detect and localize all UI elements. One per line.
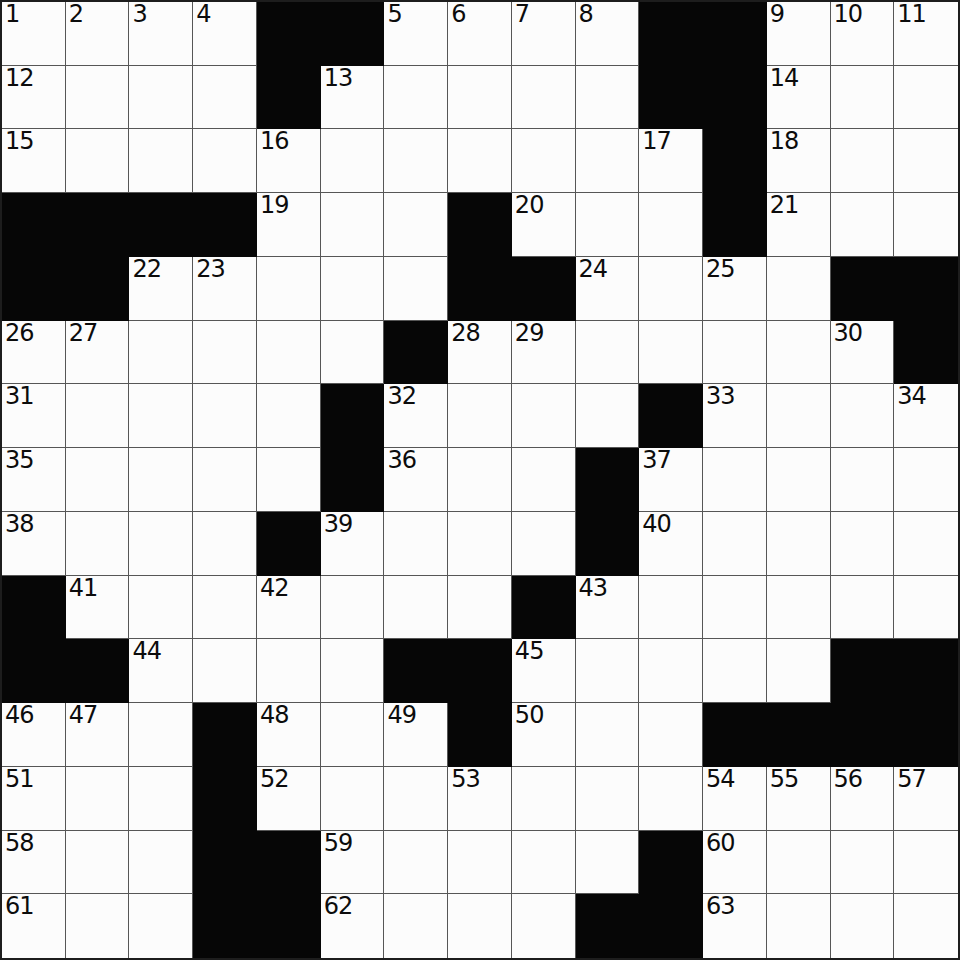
cell-r1c13[interactable] bbox=[831, 66, 895, 130]
cell-r13c5[interactable]: 59 bbox=[321, 831, 385, 895]
cell-r4c12[interactable] bbox=[767, 257, 831, 321]
cell-r12c0[interactable]: 51 bbox=[2, 767, 66, 831]
clue-number: 1 bbox=[5, 2, 19, 27]
clue-number: 59 bbox=[324, 831, 353, 856]
cell-r7c4[interactable] bbox=[257, 448, 321, 512]
clue-number: 12 bbox=[5, 66, 34, 91]
clue-number: 22 bbox=[132, 257, 161, 282]
cell-r8c8[interactable] bbox=[512, 512, 576, 576]
cell-r5c9[interactable] bbox=[576, 321, 640, 385]
cell-r11c10[interactable] bbox=[639, 703, 703, 767]
cell-r6c12[interactable] bbox=[767, 384, 831, 448]
cell-r4c3[interactable]: 23 bbox=[193, 257, 257, 321]
clue-number: 38 bbox=[5, 512, 34, 537]
cell-r6c9[interactable] bbox=[576, 384, 640, 448]
clue-number: 60 bbox=[706, 831, 735, 856]
cell-r14c6[interactable] bbox=[384, 894, 448, 958]
cell-r13c8[interactable] bbox=[512, 831, 576, 895]
block-r3c1 bbox=[66, 193, 130, 257]
cell-r6c1[interactable] bbox=[66, 384, 130, 448]
clue-number: 33 bbox=[706, 384, 735, 409]
cell-r12c13[interactable]: 56 bbox=[831, 767, 895, 831]
clue-number: 57 bbox=[897, 767, 926, 792]
clue-number: 42 bbox=[260, 576, 289, 601]
cell-r1c14[interactable] bbox=[894, 66, 958, 130]
cell-r5c4[interactable] bbox=[257, 321, 321, 385]
clue-number: 24 bbox=[579, 257, 608, 282]
block-r0c10 bbox=[639, 2, 703, 66]
cell-r14c13[interactable] bbox=[831, 894, 895, 958]
clue-number: 54 bbox=[706, 767, 735, 792]
block-r11c14 bbox=[894, 703, 958, 767]
cell-r2c10[interactable]: 17 bbox=[639, 129, 703, 193]
cell-r4c9[interactable]: 24 bbox=[576, 257, 640, 321]
block-r3c2 bbox=[129, 193, 193, 257]
block-r2c11 bbox=[703, 129, 767, 193]
block-r6c5 bbox=[321, 384, 385, 448]
cell-r3c10[interactable] bbox=[639, 193, 703, 257]
block-r6c10 bbox=[639, 384, 703, 448]
block-r10c13 bbox=[831, 639, 895, 703]
cell-r0c1[interactable]: 2 bbox=[66, 2, 130, 66]
cell-r2c7[interactable] bbox=[448, 129, 512, 193]
cell-r14c1[interactable] bbox=[66, 894, 130, 958]
clue-number: 35 bbox=[5, 448, 34, 473]
clue-number: 52 bbox=[260, 767, 289, 792]
block-r14c4 bbox=[257, 894, 321, 958]
cell-r11c0[interactable]: 46 bbox=[2, 703, 66, 767]
cell-r10c8[interactable]: 45 bbox=[512, 639, 576, 703]
block-r8c9 bbox=[576, 512, 640, 576]
block-r13c3 bbox=[193, 831, 257, 895]
block-r14c3 bbox=[193, 894, 257, 958]
clue-number: 13 bbox=[324, 66, 353, 91]
clue-number: 9 bbox=[770, 2, 784, 27]
cell-r2c12[interactable]: 18 bbox=[767, 129, 831, 193]
cell-r6c11[interactable]: 33 bbox=[703, 384, 767, 448]
clue-number: 17 bbox=[642, 129, 671, 154]
clue-number: 56 bbox=[834, 767, 863, 792]
cell-r10c10[interactable] bbox=[639, 639, 703, 703]
clue-number: 19 bbox=[260, 193, 289, 218]
cell-r12c7[interactable]: 53 bbox=[448, 767, 512, 831]
cell-r9c5[interactable] bbox=[321, 576, 385, 640]
cell-r8c13[interactable] bbox=[831, 512, 895, 576]
cell-r2c3[interactable] bbox=[193, 129, 257, 193]
cell-r3c12[interactable]: 21 bbox=[767, 193, 831, 257]
cell-r11c4[interactable]: 48 bbox=[257, 703, 321, 767]
clue-number: 18 bbox=[770, 129, 799, 154]
cell-r11c5[interactable] bbox=[321, 703, 385, 767]
block-r10c14 bbox=[894, 639, 958, 703]
block-r11c13 bbox=[831, 703, 895, 767]
clue-number: 58 bbox=[5, 831, 34, 856]
cell-r14c5[interactable]: 62 bbox=[321, 894, 385, 958]
clue-number: 55 bbox=[770, 767, 799, 792]
block-r10c0 bbox=[2, 639, 66, 703]
block-r7c5 bbox=[321, 448, 385, 512]
cell-r14c0[interactable]: 61 bbox=[2, 894, 66, 958]
block-r9c8 bbox=[512, 576, 576, 640]
clue-number: 26 bbox=[5, 321, 34, 346]
cell-r12c14[interactable]: 57 bbox=[894, 767, 958, 831]
cell-r7c14[interactable] bbox=[894, 448, 958, 512]
cell-r5c10[interactable] bbox=[639, 321, 703, 385]
cell-r14c8[interactable] bbox=[512, 894, 576, 958]
clue-number: 53 bbox=[451, 767, 480, 792]
cell-r8c11[interactable] bbox=[703, 512, 767, 576]
block-r3c7 bbox=[448, 193, 512, 257]
cell-r5c3[interactable] bbox=[193, 321, 257, 385]
cell-r6c8[interactable] bbox=[512, 384, 576, 448]
block-r11c3 bbox=[193, 703, 257, 767]
cell-r7c8[interactable] bbox=[512, 448, 576, 512]
crossword-board: 1234567891011121314151617181920212223242… bbox=[0, 0, 960, 960]
cell-r9c4[interactable]: 42 bbox=[257, 576, 321, 640]
cell-r6c6[interactable]: 32 bbox=[384, 384, 448, 448]
cell-r2c9[interactable] bbox=[576, 129, 640, 193]
cell-r0c0[interactable]: 1 bbox=[2, 2, 66, 66]
block-r3c3 bbox=[193, 193, 257, 257]
clue-number: 61 bbox=[5, 894, 34, 919]
cell-r7c0[interactable]: 35 bbox=[2, 448, 66, 512]
clue-number: 44 bbox=[132, 639, 161, 664]
clue-number: 62 bbox=[324, 894, 353, 919]
clue-number: 21 bbox=[770, 193, 799, 218]
cell-r13c6[interactable] bbox=[384, 831, 448, 895]
cell-r6c4[interactable] bbox=[257, 384, 321, 448]
cell-r12c12[interactable]: 55 bbox=[767, 767, 831, 831]
block-r8c4 bbox=[257, 512, 321, 576]
clue-number: 48 bbox=[260, 703, 289, 728]
block-r5c14 bbox=[894, 321, 958, 385]
cell-r3c9[interactable] bbox=[576, 193, 640, 257]
cell-r4c5[interactable] bbox=[321, 257, 385, 321]
clue-number: 20 bbox=[515, 193, 544, 218]
cell-r10c4[interactable] bbox=[257, 639, 321, 703]
block-r7c9 bbox=[576, 448, 640, 512]
clue-number: 30 bbox=[834, 321, 863, 346]
cell-r9c6[interactable] bbox=[384, 576, 448, 640]
block-r0c11 bbox=[703, 2, 767, 66]
cell-r4c4[interactable] bbox=[257, 257, 321, 321]
cell-r11c6[interactable]: 49 bbox=[384, 703, 448, 767]
block-r3c0 bbox=[2, 193, 66, 257]
cell-r3c4[interactable]: 19 bbox=[257, 193, 321, 257]
cell-r12c11[interactable]: 54 bbox=[703, 767, 767, 831]
cell-r14c2[interactable] bbox=[129, 894, 193, 958]
cell-r6c2[interactable] bbox=[129, 384, 193, 448]
cell-r10c9[interactable] bbox=[576, 639, 640, 703]
cell-r13c2[interactable] bbox=[129, 831, 193, 895]
clue-number: 39 bbox=[324, 512, 353, 537]
cell-r1c2[interactable] bbox=[129, 66, 193, 130]
cell-r5c0[interactable]: 26 bbox=[2, 321, 66, 385]
cell-r7c13[interactable] bbox=[831, 448, 895, 512]
cell-r1c7[interactable] bbox=[448, 66, 512, 130]
cell-r12c5[interactable] bbox=[321, 767, 385, 831]
cell-r12c9[interactable] bbox=[576, 767, 640, 831]
cell-r13c7[interactable] bbox=[448, 831, 512, 895]
block-r10c6 bbox=[384, 639, 448, 703]
block-r10c1 bbox=[66, 639, 130, 703]
cell-r9c1[interactable]: 41 bbox=[66, 576, 130, 640]
clue-number: 46 bbox=[5, 703, 34, 728]
clue-number: 29 bbox=[515, 321, 544, 346]
cell-r11c8[interactable]: 50 bbox=[512, 703, 576, 767]
clue-number: 41 bbox=[69, 576, 98, 601]
cell-r2c13[interactable] bbox=[831, 129, 895, 193]
block-r4c7 bbox=[448, 257, 512, 321]
block-r4c13 bbox=[831, 257, 895, 321]
cell-r0c13[interactable]: 10 bbox=[831, 2, 895, 66]
block-r11c11 bbox=[703, 703, 767, 767]
block-r4c8 bbox=[512, 257, 576, 321]
block-r1c4 bbox=[257, 66, 321, 130]
cell-r2c1[interactable] bbox=[66, 129, 130, 193]
cell-r6c13[interactable] bbox=[831, 384, 895, 448]
block-r10c7 bbox=[448, 639, 512, 703]
cell-r4c2[interactable]: 22 bbox=[129, 257, 193, 321]
cell-r10c5[interactable] bbox=[321, 639, 385, 703]
block-r3c11 bbox=[703, 193, 767, 257]
cell-r7c12[interactable] bbox=[767, 448, 831, 512]
cell-r13c9[interactable] bbox=[576, 831, 640, 895]
clue-number: 50 bbox=[515, 703, 544, 728]
clue-number: 4 bbox=[196, 2, 210, 27]
cell-r13c0[interactable]: 58 bbox=[2, 831, 66, 895]
block-r1c10 bbox=[639, 66, 703, 130]
cell-r1c5[interactable]: 13 bbox=[321, 66, 385, 130]
clue-number: 49 bbox=[387, 703, 416, 728]
clue-number: 32 bbox=[387, 384, 416, 409]
clue-number: 63 bbox=[706, 894, 735, 919]
cell-r10c3[interactable] bbox=[193, 639, 257, 703]
cell-r0c8[interactable]: 7 bbox=[512, 2, 576, 66]
clue-number: 3 bbox=[132, 2, 146, 27]
cell-r4c6[interactable] bbox=[384, 257, 448, 321]
clue-number: 15 bbox=[5, 129, 34, 154]
clue-number: 36 bbox=[387, 448, 416, 473]
cell-r5c2[interactable] bbox=[129, 321, 193, 385]
cell-r1c3[interactable] bbox=[193, 66, 257, 130]
cell-r0c7[interactable]: 6 bbox=[448, 2, 512, 66]
cell-r9c14[interactable] bbox=[894, 576, 958, 640]
cell-r14c12[interactable] bbox=[767, 894, 831, 958]
cell-r5c7[interactable]: 28 bbox=[448, 321, 512, 385]
cell-r12c10[interactable] bbox=[639, 767, 703, 831]
cell-r4c11[interactable]: 25 bbox=[703, 257, 767, 321]
clue-number: 23 bbox=[196, 257, 225, 282]
cell-r6c3[interactable] bbox=[193, 384, 257, 448]
block-r14c10 bbox=[639, 894, 703, 958]
block-r11c12 bbox=[767, 703, 831, 767]
cell-r0c12[interactable]: 9 bbox=[767, 2, 831, 66]
clue-number: 6 bbox=[451, 2, 465, 27]
cell-r2c8[interactable] bbox=[512, 129, 576, 193]
cell-r8c2[interactable] bbox=[129, 512, 193, 576]
block-r4c14 bbox=[894, 257, 958, 321]
cell-r14c11[interactable]: 63 bbox=[703, 894, 767, 958]
clue-number: 5 bbox=[387, 2, 401, 27]
clue-number: 34 bbox=[897, 384, 926, 409]
cell-r13c11[interactable]: 60 bbox=[703, 831, 767, 895]
cell-r9c9[interactable]: 43 bbox=[576, 576, 640, 640]
cell-r7c10[interactable]: 37 bbox=[639, 448, 703, 512]
cell-r2c4[interactable]: 16 bbox=[257, 129, 321, 193]
clue-number: 37 bbox=[642, 448, 671, 473]
block-r1c11 bbox=[703, 66, 767, 130]
cell-r9c7[interactable] bbox=[448, 576, 512, 640]
block-r0c5 bbox=[321, 2, 385, 66]
cell-r6c0[interactable]: 31 bbox=[2, 384, 66, 448]
cell-r7c6[interactable]: 36 bbox=[384, 448, 448, 512]
clue-number: 51 bbox=[5, 767, 34, 792]
clue-number: 8 bbox=[579, 2, 593, 27]
cell-r8c12[interactable] bbox=[767, 512, 831, 576]
cell-r12c1[interactable] bbox=[66, 767, 130, 831]
block-r4c0 bbox=[2, 257, 66, 321]
block-r11c7 bbox=[448, 703, 512, 767]
clue-number: 7 bbox=[515, 2, 529, 27]
clue-number: 11 bbox=[897, 2, 926, 27]
cell-r0c9[interactable]: 8 bbox=[576, 2, 640, 66]
cell-r9c3[interactable] bbox=[193, 576, 257, 640]
cell-r8c3[interactable] bbox=[193, 512, 257, 576]
cell-r11c9[interactable] bbox=[576, 703, 640, 767]
cell-r2c6[interactable] bbox=[384, 129, 448, 193]
cell-r12c6[interactable] bbox=[384, 767, 448, 831]
cell-r13c14[interactable] bbox=[894, 831, 958, 895]
block-r5c6 bbox=[384, 321, 448, 385]
cell-r9c2[interactable] bbox=[129, 576, 193, 640]
cell-r3c6[interactable] bbox=[384, 193, 448, 257]
cell-r8c7[interactable] bbox=[448, 512, 512, 576]
block-r12c3 bbox=[193, 767, 257, 831]
clue-number: 27 bbox=[69, 321, 98, 346]
cell-r5c8[interactable]: 29 bbox=[512, 321, 576, 385]
cell-r0c3[interactable]: 4 bbox=[193, 2, 257, 66]
cell-r13c12[interactable] bbox=[767, 831, 831, 895]
cell-r12c8[interactable] bbox=[512, 767, 576, 831]
cell-r11c1[interactable]: 47 bbox=[66, 703, 130, 767]
cell-r9c11[interactable] bbox=[703, 576, 767, 640]
cell-r6c7[interactable] bbox=[448, 384, 512, 448]
cell-r2c14[interactable] bbox=[894, 129, 958, 193]
clue-number: 25 bbox=[706, 257, 735, 282]
block-r13c4 bbox=[257, 831, 321, 895]
cell-r10c2[interactable]: 44 bbox=[129, 639, 193, 703]
clue-number: 43 bbox=[579, 576, 608, 601]
cell-r0c14[interactable]: 11 bbox=[894, 2, 958, 66]
cell-r8c14[interactable] bbox=[894, 512, 958, 576]
cell-r7c1[interactable] bbox=[66, 448, 130, 512]
clue-number: 2 bbox=[69, 2, 83, 27]
cell-r1c0[interactable]: 12 bbox=[2, 66, 66, 130]
cell-r3c5[interactable] bbox=[321, 193, 385, 257]
cell-r8c1[interactable] bbox=[66, 512, 130, 576]
cell-r10c11[interactable] bbox=[703, 639, 767, 703]
cell-r7c3[interactable] bbox=[193, 448, 257, 512]
cell-r0c6[interactable]: 5 bbox=[384, 2, 448, 66]
cell-r11c2[interactable] bbox=[129, 703, 193, 767]
cell-r3c8[interactable]: 20 bbox=[512, 193, 576, 257]
cell-r14c14[interactable] bbox=[894, 894, 958, 958]
cell-r8c6[interactable] bbox=[384, 512, 448, 576]
cell-r9c12[interactable] bbox=[767, 576, 831, 640]
cell-r8c0[interactable]: 38 bbox=[2, 512, 66, 576]
cell-r1c12[interactable]: 14 bbox=[767, 66, 831, 130]
clue-number: 14 bbox=[770, 66, 799, 91]
block-r4c1 bbox=[66, 257, 130, 321]
cell-r2c2[interactable] bbox=[129, 129, 193, 193]
cell-r1c6[interactable] bbox=[384, 66, 448, 130]
cell-r2c0[interactable]: 15 bbox=[2, 129, 66, 193]
clue-number: 10 bbox=[834, 2, 863, 27]
cell-r5c13[interactable]: 30 bbox=[831, 321, 895, 385]
cell-r5c11[interactable] bbox=[703, 321, 767, 385]
cell-r3c13[interactable] bbox=[831, 193, 895, 257]
cell-r8c10[interactable]: 40 bbox=[639, 512, 703, 576]
cell-r13c13[interactable] bbox=[831, 831, 895, 895]
cell-r12c4[interactable]: 52 bbox=[257, 767, 321, 831]
clue-number: 31 bbox=[5, 384, 34, 409]
block-r0c4 bbox=[257, 2, 321, 66]
cell-r9c10[interactable] bbox=[639, 576, 703, 640]
block-r13c10 bbox=[639, 831, 703, 895]
cell-r13c1[interactable] bbox=[66, 831, 130, 895]
cell-r7c2[interactable] bbox=[129, 448, 193, 512]
cell-r7c11[interactable] bbox=[703, 448, 767, 512]
cell-r12c2[interactable] bbox=[129, 767, 193, 831]
cell-r5c1[interactable]: 27 bbox=[66, 321, 130, 385]
cell-r1c8[interactable] bbox=[512, 66, 576, 130]
cell-r6c14[interactable]: 34 bbox=[894, 384, 958, 448]
cell-r1c9[interactable] bbox=[576, 66, 640, 130]
cell-r0c2[interactable]: 3 bbox=[129, 2, 193, 66]
block-r14c9 bbox=[576, 894, 640, 958]
cell-r4c10[interactable] bbox=[639, 257, 703, 321]
block-r9c0 bbox=[2, 576, 66, 640]
cell-r7c7[interactable] bbox=[448, 448, 512, 512]
cell-r2c5[interactable] bbox=[321, 129, 385, 193]
cell-r8c5[interactable]: 39 bbox=[321, 512, 385, 576]
cell-r10c12[interactable] bbox=[767, 639, 831, 703]
cell-r14c7[interactable] bbox=[448, 894, 512, 958]
cell-r5c5[interactable] bbox=[321, 321, 385, 385]
clue-number: 40 bbox=[642, 512, 671, 537]
cell-r1c1[interactable] bbox=[66, 66, 130, 130]
cell-r5c12[interactable] bbox=[767, 321, 831, 385]
clue-number: 28 bbox=[451, 321, 480, 346]
clue-number: 16 bbox=[260, 129, 289, 154]
cell-r9c13[interactable] bbox=[831, 576, 895, 640]
clue-number: 45 bbox=[515, 639, 544, 664]
cell-r3c14[interactable] bbox=[894, 193, 958, 257]
clue-number: 47 bbox=[69, 703, 98, 728]
